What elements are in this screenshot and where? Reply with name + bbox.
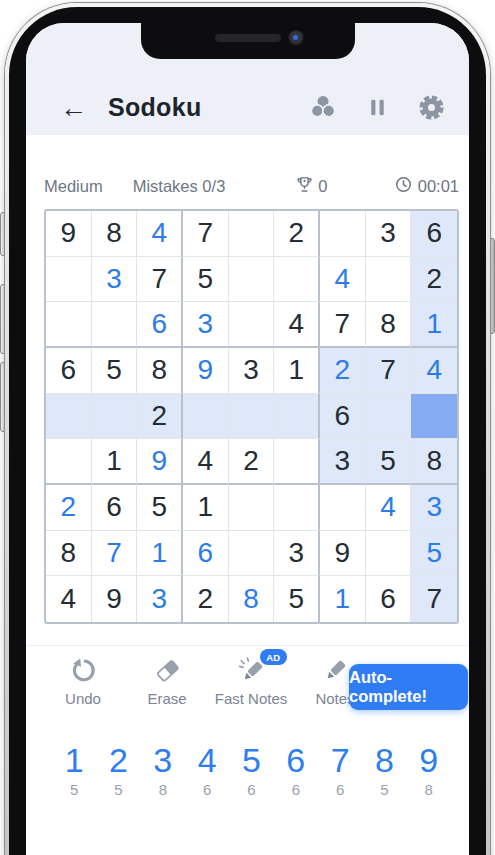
cell-r5c4[interactable] [183, 394, 229, 440]
cell-r5c3[interactable]: 2 [137, 394, 183, 440]
cell-digit: 9 [335, 539, 351, 567]
cell-r8c9[interactable]: 5 [411, 531, 457, 577]
cell-r8c2[interactable]: 7 [92, 531, 138, 577]
cell-r3c1[interactable] [46, 302, 92, 348]
numpad-count: 5 [114, 782, 122, 797]
cell-digit: 3 [151, 585, 167, 613]
cell-r2c1[interactable] [46, 257, 92, 303]
cell-r3c3[interactable]: 6 [137, 302, 183, 348]
clock-icon [395, 176, 412, 197]
cell-r9c5[interactable]: 8 [229, 576, 275, 622]
numpad-4[interactable]: 46 [185, 743, 229, 797]
cell-digit: 2 [243, 447, 259, 475]
cell-r2c7[interactable]: 4 [320, 257, 366, 303]
difficulty-label: Medium [44, 177, 103, 196]
numpad-count: 6 [203, 782, 211, 797]
cell-r5c9[interactable] [411, 394, 457, 440]
cell-digit: 3 [426, 493, 442, 521]
numpad-count: 5 [70, 782, 78, 797]
numpad-count: 5 [380, 782, 388, 797]
pause-icon[interactable] [365, 95, 390, 120]
numpad: 152538465666768598 [52, 743, 451, 797]
cell-r9c3[interactable]: 3 [137, 576, 183, 622]
cell-r7c6[interactable] [274, 485, 320, 531]
front-camera-icon [288, 30, 304, 46]
page-title: Sodoku [108, 93, 201, 122]
cell-digit: 6 [380, 585, 396, 613]
numpad-digit: 2 [109, 743, 128, 777]
undo-icon [70, 654, 97, 686]
cell-digit: 3 [288, 539, 304, 567]
cell-digit: 7 [106, 539, 122, 567]
cell-r6c8[interactable]: 5 [366, 439, 412, 485]
cell-digit: 7 [380, 356, 396, 384]
mistakes-counter: Mistakes 0/3 [133, 177, 226, 196]
numpad-count: 6 [247, 782, 255, 797]
cell-digit: 2 [426, 265, 442, 293]
cell-r4c7[interactable]: 2 [320, 348, 366, 394]
trophy-count: 0 [318, 177, 327, 196]
cell-r3c2[interactable] [92, 302, 138, 348]
cell-r1c3[interactable]: 4 [137, 211, 183, 257]
cell-r2c9[interactable]: 2 [411, 257, 457, 303]
cell-r9c6[interactable]: 5 [274, 576, 320, 622]
cell-digit: 4 [380, 493, 396, 521]
cell-r3c8[interactable]: 8 [366, 302, 412, 348]
numpad-digit: 1 [65, 743, 84, 777]
cell-digit: 6 [61, 356, 77, 384]
cell-r4c6[interactable]: 1 [274, 348, 320, 394]
numpad-5[interactable]: 56 [229, 743, 273, 797]
phone-screen: ← Sodoku [26, 23, 469, 855]
numpad-9[interactable]: 98 [407, 743, 451, 797]
numpad-count: 6 [336, 782, 344, 797]
numpad-count: 6 [292, 782, 300, 797]
cell-r8c3[interactable]: 1 [137, 531, 183, 577]
phone-bezel: ← Sodoku [9, 7, 486, 855]
cell-digit: 4 [335, 265, 351, 293]
cell-r6c7[interactable]: 3 [320, 439, 366, 485]
cell-digit: 1 [426, 310, 442, 338]
numpad-1[interactable]: 15 [52, 743, 96, 797]
phone-frame: ← Sodoku [5, 3, 490, 855]
numpad-7[interactable]: 76 [318, 743, 362, 797]
speaker-grille-icon [215, 34, 281, 42]
trophy-icon [295, 175, 314, 198]
cell-r8c5[interactable] [229, 531, 275, 577]
cell-digit: 9 [151, 447, 167, 475]
cell-r8c6[interactable]: 3 [274, 531, 320, 577]
fast-notes-label: Fast Notes [215, 690, 288, 707]
cell-r1c6[interactable]: 2 [274, 211, 320, 257]
cell-r3c6[interactable]: 4 [274, 302, 320, 348]
cell-digit: 9 [198, 356, 214, 384]
cell-r4c4[interactable]: 9 [183, 348, 229, 394]
ad-badge: AD [260, 649, 286, 665]
cell-r6c4[interactable]: 4 [183, 439, 229, 485]
gear-icon[interactable] [417, 93, 446, 122]
cell-digit: 6 [106, 493, 122, 521]
cell-digit: 4 [198, 447, 214, 475]
cell-digit: 2 [198, 585, 214, 613]
fast-notes-pencil-icon: AD [237, 654, 266, 686]
cell-digit: 1 [198, 493, 214, 521]
cell-digit: 3 [243, 356, 259, 384]
numpad-digit: 6 [286, 743, 305, 777]
numpad-digit: 4 [198, 743, 217, 777]
cell-r1c7[interactable] [320, 211, 366, 257]
cell-digit: 8 [243, 585, 259, 613]
cell-r2c5[interactable] [229, 257, 275, 303]
cell-r1c8[interactable]: 3 [366, 211, 412, 257]
cell-r6c1[interactable] [46, 439, 92, 485]
cell-digit: 8 [426, 447, 442, 475]
timer: 00:01 [418, 177, 459, 196]
numpad-2[interactable]: 25 [96, 743, 140, 797]
numpad-digit: 8 [375, 743, 394, 777]
cell-r9c1[interactable]: 4 [46, 576, 92, 622]
cell-r7c5[interactable] [229, 485, 275, 531]
cell-digit: 5 [426, 539, 442, 567]
cell-r1c2[interactable]: 8 [92, 211, 138, 257]
cell-r4c1[interactable]: 6 [46, 348, 92, 394]
cell-r2c3[interactable]: 7 [137, 257, 183, 303]
cell-r6c6[interactable] [274, 439, 320, 485]
cell-digit: 3 [335, 447, 351, 475]
cell-digit: 4 [426, 356, 442, 384]
cell-digit: 9 [61, 219, 77, 247]
cell-r5c6[interactable] [274, 394, 320, 440]
numpad-count: 8 [425, 782, 433, 797]
cell-digit: 5 [106, 356, 122, 384]
erase-button[interactable]: Erase [125, 654, 209, 707]
cell-digit: 2 [151, 402, 167, 430]
cell-digit: 3 [106, 265, 122, 293]
status-row: Medium Mistakes 0/3 0 [44, 175, 459, 198]
cell-r7c3[interactable]: 5 [137, 485, 183, 531]
cell-digit: 6 [335, 402, 351, 430]
cell-r8c8[interactable] [366, 531, 412, 577]
cell-r7c1[interactable]: 2 [46, 485, 92, 531]
cell-r6c5[interactable]: 2 [229, 439, 275, 485]
cell-r5c5[interactable] [229, 394, 275, 440]
cell-r8c4[interactable]: 6 [183, 531, 229, 577]
cell-r3c5[interactable] [229, 302, 275, 348]
cell-digit: 3 [380, 219, 396, 247]
cell-r1c4[interactable]: 7 [183, 211, 229, 257]
cell-digit: 7 [426, 585, 442, 613]
cell-digit: 4 [61, 585, 77, 613]
fast-notes-button[interactable]: AD Fast Notes [209, 654, 293, 707]
cell-r4c9[interactable]: 4 [411, 348, 457, 394]
cell-r5c8[interactable] [366, 394, 412, 440]
cell-r4c8[interactable]: 7 [366, 348, 412, 394]
cell-r4c2[interactable]: 5 [92, 348, 138, 394]
cell-r9c8[interactable]: 6 [366, 576, 412, 622]
erase-label: Erase [147, 690, 186, 707]
back-button[interactable]: ← [60, 94, 87, 122]
cell-r2c2[interactable]: 3 [92, 257, 138, 303]
cell-digit: 1 [151, 539, 167, 567]
cell-r7c8[interactable]: 4 [366, 485, 412, 531]
cell-digit: 4 [288, 310, 304, 338]
notes-pencil-icon [322, 654, 349, 686]
eraser-icon [154, 654, 181, 686]
cell-digit: 5 [198, 265, 214, 293]
cell-r5c7[interactable]: 6 [320, 394, 366, 440]
numpad-digit: 5 [242, 743, 261, 777]
cell-r3c4[interactable]: 3 [183, 302, 229, 348]
numpad-digit: 7 [331, 743, 350, 777]
cell-digit: 7 [198, 219, 214, 247]
numpad-count: 8 [159, 782, 167, 797]
cell-r1c1[interactable]: 9 [46, 211, 92, 257]
cell-r6c9[interactable]: 8 [411, 439, 457, 485]
cell-r8c7[interactable]: 9 [320, 531, 366, 577]
numpad-8[interactable]: 85 [362, 743, 406, 797]
undo-button[interactable]: Undo [41, 654, 125, 707]
cell-digit: 5 [380, 447, 396, 475]
cell-digit: 1 [335, 585, 351, 613]
cell-digit: 6 [151, 310, 167, 338]
numpad-3[interactable]: 38 [141, 743, 185, 797]
cell-digit: 2 [61, 493, 77, 521]
cell-r3c9[interactable]: 1 [411, 302, 457, 348]
cell-r6c3[interactable]: 9 [137, 439, 183, 485]
cell-r7c2[interactable]: 6 [92, 485, 138, 531]
cell-digit: 2 [335, 356, 351, 384]
cell-digit: 8 [106, 219, 122, 247]
cell-r9c4[interactable]: 2 [183, 576, 229, 622]
cell-r8c1[interactable]: 8 [46, 531, 92, 577]
cell-r2c6[interactable] [274, 257, 320, 303]
cell-digit: 1 [288, 356, 304, 384]
cell-r4c3[interactable]: 8 [137, 348, 183, 394]
cell-digit: 4 [151, 219, 167, 247]
cell-digit: 8 [61, 539, 77, 567]
cell-digit: 3 [198, 310, 214, 338]
cell-r9c9[interactable]: 7 [411, 576, 457, 622]
cell-digit: 5 [151, 493, 167, 521]
cell-r5c2[interactable] [92, 394, 138, 440]
numpad-digit: 3 [153, 743, 172, 777]
cell-r7c4[interactable]: 1 [183, 485, 229, 531]
numpad-6[interactable]: 66 [274, 743, 318, 797]
cell-digit: 7 [335, 310, 351, 338]
cell-r9c2[interactable]: 9 [92, 576, 138, 622]
cell-r7c9[interactable]: 3 [411, 485, 457, 531]
numpad-digit: 9 [419, 743, 438, 777]
cell-digit: 1 [106, 447, 122, 475]
cell-r9c7[interactable]: 1 [320, 576, 366, 622]
cell-digit: 7 [151, 265, 167, 293]
cell-r2c8[interactable] [366, 257, 412, 303]
cell-digit: 6 [198, 539, 214, 567]
cell-digit: 6 [426, 219, 442, 247]
cell-r5c1[interactable] [46, 394, 92, 440]
cell-r1c5[interactable] [229, 211, 275, 257]
cell-r6c2[interactable]: 1 [92, 439, 138, 485]
cell-r1c9[interactable]: 6 [411, 211, 457, 257]
cell-digit: 5 [288, 585, 304, 613]
cell-digit: 8 [380, 310, 396, 338]
cell-digit: 2 [288, 219, 304, 247]
cell-r4c5[interactable]: 3 [229, 348, 275, 394]
sudoku-board: 9847236375426347816589312742619423582651… [44, 209, 459, 624]
auto-complete-button[interactable]: Auto-complete! [349, 664, 468, 710]
undo-label: Undo [65, 690, 101, 707]
cell-digit: 9 [106, 585, 122, 613]
notch [141, 23, 355, 59]
themes-icon[interactable] [308, 92, 338, 122]
cell-r7c7[interactable] [320, 485, 366, 531]
cell-r2c4[interactable]: 5 [183, 257, 229, 303]
cell-digit: 8 [151, 356, 167, 384]
cell-r3c7[interactable]: 7 [320, 302, 366, 348]
